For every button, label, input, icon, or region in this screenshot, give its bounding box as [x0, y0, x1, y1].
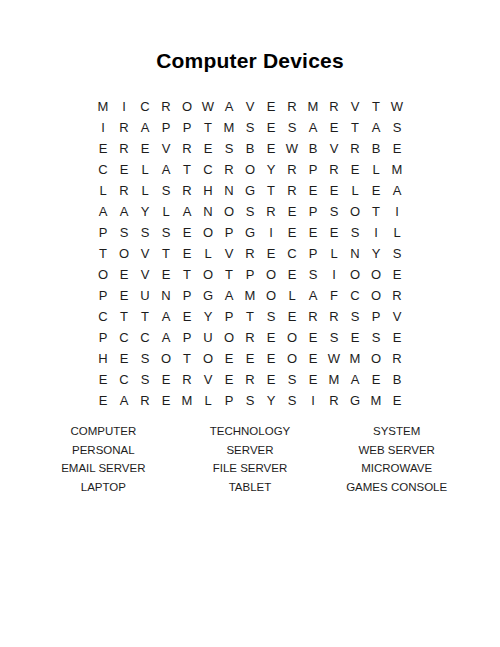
grid-cell-r7c2: S: [114, 222, 135, 243]
grid-cell-r14c7: E: [219, 369, 240, 390]
grid-cell-r10c3: U: [135, 285, 156, 306]
grid-cell-r12c14: S: [366, 327, 387, 348]
grid-cell-r4c9: Y: [261, 159, 282, 180]
grid-cell-r3c8: B: [240, 138, 261, 159]
grid-cell-r13c11: E: [303, 348, 324, 369]
grid-cell-r9c1: O: [93, 264, 114, 285]
grid-cell-r6c7: O: [219, 201, 240, 222]
grid-cell-r5c4: S: [156, 180, 177, 201]
grid-cell-r14c13: A: [345, 369, 366, 390]
grid-cell-r13c14: O: [366, 348, 387, 369]
grid-cell-r9c12: I: [324, 264, 345, 285]
grid-cell-r10c15: R: [387, 285, 408, 306]
grid-cell-r4c14: L: [366, 159, 387, 180]
grid-cell-r12c4: A: [156, 327, 177, 348]
grid-cell-r4c1: C: [93, 159, 114, 180]
grid-cell-r6c9: R: [261, 201, 282, 222]
grid-cell-r5c8: G: [240, 180, 261, 201]
grid-cell-r11c9: S: [261, 306, 282, 327]
grid-cell-r10c2: E: [114, 285, 135, 306]
word-list-column-3: SYSTEMWEB SERVERMICROWAVEGAMES CONSOLE: [323, 422, 470, 496]
grid-cell-r8c1: T: [93, 243, 114, 264]
grid-cell-r5c1: L: [93, 180, 114, 201]
grid-cell-r15c10: S: [282, 390, 303, 411]
grid-cell-r2c12: E: [324, 117, 345, 138]
grid-cell-r15c4: E: [156, 390, 177, 411]
grid-cell-r8c10: C: [282, 243, 303, 264]
grid-cell-r3c11: B: [303, 138, 324, 159]
grid-cell-r8c5: E: [177, 243, 198, 264]
grid-cell-r11c8: T: [240, 306, 261, 327]
grid-cell-r15c15: E: [387, 390, 408, 411]
grid-cell-r15c12: R: [324, 390, 345, 411]
grid-cell-r9c10: E: [282, 264, 303, 285]
grid-cell-r6c11: P: [303, 201, 324, 222]
grid-cell-r10c8: M: [240, 285, 261, 306]
grid-cell-r12c7: O: [219, 327, 240, 348]
grid-cell-r7c12: E: [324, 222, 345, 243]
word-list-item: SYSTEM: [323, 422, 470, 441]
word-list-item: GAMES CONSOLE: [323, 478, 470, 497]
grid-cell-r8c7: V: [219, 243, 240, 264]
grid-cell-r10c13: C: [345, 285, 366, 306]
grid-cell-r7c15: L: [387, 222, 408, 243]
grid-cell-r8c8: R: [240, 243, 261, 264]
grid-cell-r7c10: E: [282, 222, 303, 243]
grid-cell-r13c7: E: [219, 348, 240, 369]
grid-cell-r9c14: O: [366, 264, 387, 285]
grid-cell-r4c15: M: [387, 159, 408, 180]
grid-cell-r12c1: P: [93, 327, 114, 348]
grid-cell-r2c11: A: [303, 117, 324, 138]
grid-cell-r11c4: A: [156, 306, 177, 327]
word-list-column-2: TECHNOLOGYSERVERFILE SERVERTABLET: [177, 422, 324, 496]
grid-cell-r7c13: S: [345, 222, 366, 243]
grid-cell-r14c12: M: [324, 369, 345, 390]
grid-cell-r1c15: W: [387, 96, 408, 117]
grid-cell-r1c9: E: [261, 96, 282, 117]
grid-cell-r1c14: T: [366, 96, 387, 117]
grid-cell-r14c3: S: [135, 369, 156, 390]
grid-cell-r13c2: E: [114, 348, 135, 369]
grid-cell-r11c13: S: [345, 306, 366, 327]
grid-cell-r12c6: U: [198, 327, 219, 348]
grid-cell-r2c14: A: [366, 117, 387, 138]
grid-cell-r14c6: V: [198, 369, 219, 390]
grid-cell-r8c12: L: [324, 243, 345, 264]
grid-cell-r10c5: P: [177, 285, 198, 306]
grid-cell-r4c4: A: [156, 159, 177, 180]
grid-cell-r8c6: L: [198, 243, 219, 264]
grid-cell-r1c3: C: [135, 96, 156, 117]
grid-cell-r5c13: L: [345, 180, 366, 201]
word-list-item: LAPTOP: [30, 478, 177, 497]
grid-cell-r7c7: P: [219, 222, 240, 243]
grid-cell-r6c2: A: [114, 201, 135, 222]
grid-cell-r5c11: E: [303, 180, 324, 201]
grid-cell-r2c4: P: [156, 117, 177, 138]
grid-cell-r5c5: R: [177, 180, 198, 201]
grid-cell-r15c2: A: [114, 390, 135, 411]
grid-cell-r2c15: S: [387, 117, 408, 138]
grid-cell-r6c1: A: [93, 201, 114, 222]
grid-cell-r8c4: T: [156, 243, 177, 264]
grid-cell-r1c2: I: [114, 96, 135, 117]
grid-cell-r12c12: S: [324, 327, 345, 348]
grid-cell-r10c14: O: [366, 285, 387, 306]
grid-cell-r2c6: T: [198, 117, 219, 138]
grid-cell-r5c3: L: [135, 180, 156, 201]
grid-cell-r4c10: R: [282, 159, 303, 180]
grid-cell-r11c5: E: [177, 306, 198, 327]
grid-cell-r12c11: E: [303, 327, 324, 348]
grid-cell-r7c3: S: [135, 222, 156, 243]
grid-cell-r9c8: P: [240, 264, 261, 285]
grid-cell-r9c11: S: [303, 264, 324, 285]
grid-cell-r3c15: E: [387, 138, 408, 159]
grid-cell-r1c11: M: [303, 96, 324, 117]
grid-cell-r13c15: R: [387, 348, 408, 369]
grid-cell-r14c2: C: [114, 369, 135, 390]
grid-cell-r15c5: M: [177, 390, 198, 411]
grid-cell-r14c8: R: [240, 369, 261, 390]
grid-cell-r9c5: T: [177, 264, 198, 285]
grid-cell-r14c15: B: [387, 369, 408, 390]
grid-cell-r2c7: M: [219, 117, 240, 138]
grid-cell-r3c14: B: [366, 138, 387, 159]
grid-cell-r11c2: T: [114, 306, 135, 327]
grid-cell-r15c6: L: [198, 390, 219, 411]
grid-cell-r10c9: O: [261, 285, 282, 306]
grid-cell-r11c12: R: [324, 306, 345, 327]
grid-cell-r13c1: H: [93, 348, 114, 369]
grid-cell-r4c3: L: [135, 159, 156, 180]
grid-cell-r3c10: W: [282, 138, 303, 159]
grid-cell-r7c14: I: [366, 222, 387, 243]
grid-cell-r3c12: V: [324, 138, 345, 159]
grid-cell-r4c13: E: [345, 159, 366, 180]
grid-cell-r8c15: S: [387, 243, 408, 264]
grid-cell-r12c2: C: [114, 327, 135, 348]
grid-cell-r1c7: A: [219, 96, 240, 117]
grid-cell-r6c5: A: [177, 201, 198, 222]
grid-cell-r4c5: T: [177, 159, 198, 180]
word-list: COMPUTERPERSONALEMAIL SERVERLAPTOPTECHNO…: [30, 422, 470, 496]
grid-cell-r6c3: Y: [135, 201, 156, 222]
grid-cell-r12c5: P: [177, 327, 198, 348]
word-list-column-1: COMPUTERPERSONALEMAIL SERVERLAPTOP: [30, 422, 177, 496]
grid-cell-r1c5: O: [177, 96, 198, 117]
word-search-page: Computer Devices MICROWAVERMRVTWIRAPPTMS…: [0, 0, 500, 647]
word-list-item: EMAIL SERVER: [30, 459, 177, 478]
grid-cell-r13c3: S: [135, 348, 156, 369]
grid-cell-r13c8: E: [240, 348, 261, 369]
word-list-item: MICROWAVE: [323, 459, 470, 478]
grid-cell-r15c11: I: [303, 390, 324, 411]
grid-cell-r11c6: Y: [198, 306, 219, 327]
grid-cell-r14c4: E: [156, 369, 177, 390]
grid-cell-r14c5: R: [177, 369, 198, 390]
grid-cell-r8c11: P: [303, 243, 324, 264]
grid-cell-r11c7: P: [219, 306, 240, 327]
grid-cell-r4c12: R: [324, 159, 345, 180]
grid-cell-r7c5: E: [177, 222, 198, 243]
word-list-item: SERVER: [177, 441, 324, 460]
grid-cell-r1c13: V: [345, 96, 366, 117]
grid-cell-r14c9: E: [261, 369, 282, 390]
grid-cell-r2c1: I: [93, 117, 114, 138]
grid-cell-r2c5: P: [177, 117, 198, 138]
grid-cell-r7c1: P: [93, 222, 114, 243]
grid-cell-r7c11: E: [303, 222, 324, 243]
grid-cell-r4c6: C: [198, 159, 219, 180]
grid-cell-r11c1: C: [93, 306, 114, 327]
word-list-item: PERSONAL: [30, 441, 177, 460]
grid-cell-r9c3: V: [135, 264, 156, 285]
word-list-item: COMPUTER: [30, 422, 177, 441]
grid-cell-r15c13: G: [345, 390, 366, 411]
grid-cell-r1c1: M: [93, 96, 114, 117]
grid-cell-r8c9: E: [261, 243, 282, 264]
grid-cell-r6c13: O: [345, 201, 366, 222]
grid-cell-r7c6: O: [198, 222, 219, 243]
grid-cell-r6c8: S: [240, 201, 261, 222]
grid-cell-r6c6: N: [198, 201, 219, 222]
grid-cell-r11c3: T: [135, 306, 156, 327]
grid-cell-r3c5: R: [177, 138, 198, 159]
grid-cell-r1c10: R: [282, 96, 303, 117]
word-search-grid: MICROWAVERMRVTWIRAPPTMSESAETASEREVRESBEW…: [93, 96, 408, 411]
grid-cell-r13c10: O: [282, 348, 303, 369]
grid-cell-r3c13: R: [345, 138, 366, 159]
grid-cell-r9c13: O: [345, 264, 366, 285]
grid-cell-r5c9: T: [261, 180, 282, 201]
grid-cell-r2c9: E: [261, 117, 282, 138]
grid-cell-r4c2: E: [114, 159, 135, 180]
grid-cell-r13c4: O: [156, 348, 177, 369]
grid-cell-r4c8: O: [240, 159, 261, 180]
grid-cell-r7c9: I: [261, 222, 282, 243]
grid-cell-r14c10: S: [282, 369, 303, 390]
grid-cell-r7c4: S: [156, 222, 177, 243]
grid-cell-r3c4: V: [156, 138, 177, 159]
grid-cell-r9c15: E: [387, 264, 408, 285]
grid-cell-r3c2: R: [114, 138, 135, 159]
grid-cell-r2c10: S: [282, 117, 303, 138]
grid-cell-r9c6: O: [198, 264, 219, 285]
grid-cell-r15c3: R: [135, 390, 156, 411]
grid-cell-r3c6: E: [198, 138, 219, 159]
grid-cell-r1c12: R: [324, 96, 345, 117]
grid-cell-r13c9: E: [261, 348, 282, 369]
grid-cell-r15c7: P: [219, 390, 240, 411]
grid-cell-r12c15: E: [387, 327, 408, 348]
grid-cell-r4c11: P: [303, 159, 324, 180]
word-list-item: FILE SERVER: [177, 459, 324, 478]
grid-cell-r13c13: M: [345, 348, 366, 369]
grid-cell-r5c2: R: [114, 180, 135, 201]
grid-cell-r9c9: O: [261, 264, 282, 285]
grid-cell-r1c4: R: [156, 96, 177, 117]
grid-cell-r10c10: L: [282, 285, 303, 306]
grid-cell-r2c3: A: [135, 117, 156, 138]
grid-cell-r3c3: E: [135, 138, 156, 159]
grid-cell-r9c2: E: [114, 264, 135, 285]
grid-cell-r8c14: Y: [366, 243, 387, 264]
grid-cell-r15c9: Y: [261, 390, 282, 411]
grid-cell-r15c8: S: [240, 390, 261, 411]
grid-cell-r5c7: N: [219, 180, 240, 201]
grid-cell-r5c12: E: [324, 180, 345, 201]
word-list-item: TECHNOLOGY: [177, 422, 324, 441]
grid-cell-r11c11: R: [303, 306, 324, 327]
grid-cell-r14c1: E: [93, 369, 114, 390]
grid-cell-r4c7: R: [219, 159, 240, 180]
grid-cell-r9c7: T: [219, 264, 240, 285]
grid-cell-r2c13: T: [345, 117, 366, 138]
grid-cell-r11c10: E: [282, 306, 303, 327]
grid-cell-r2c8: S: [240, 117, 261, 138]
grid-cell-r14c11: E: [303, 369, 324, 390]
grid-cell-r6c12: S: [324, 201, 345, 222]
grid-cell-r15c14: M: [366, 390, 387, 411]
word-list-item: WEB SERVER: [323, 441, 470, 460]
grid-cell-r5c10: R: [282, 180, 303, 201]
grid-cell-r11c14: P: [366, 306, 387, 327]
grid-cell-r6c10: E: [282, 201, 303, 222]
grid-cell-r8c3: V: [135, 243, 156, 264]
grid-cell-r10c7: A: [219, 285, 240, 306]
grid-cell-r10c12: F: [324, 285, 345, 306]
grid-cell-r12c13: E: [345, 327, 366, 348]
grid-cell-r12c9: E: [261, 327, 282, 348]
grid-cell-r9c4: E: [156, 264, 177, 285]
grid-cell-r5c15: A: [387, 180, 408, 201]
grid-cell-r10c1: P: [93, 285, 114, 306]
grid-cell-r10c6: G: [198, 285, 219, 306]
puzzle-title: Computer Devices: [0, 0, 500, 72]
grid-cell-r3c7: S: [219, 138, 240, 159]
grid-cell-r6c14: T: [366, 201, 387, 222]
word-list-item: TABLET: [177, 478, 324, 497]
grid-cell-r11c15: V: [387, 306, 408, 327]
grid-cell-r10c11: A: [303, 285, 324, 306]
grid-cell-r7c8: G: [240, 222, 261, 243]
grid-cell-r6c4: L: [156, 201, 177, 222]
grid-cell-r15c1: E: [93, 390, 114, 411]
grid-cell-r13c6: O: [198, 348, 219, 369]
grid-cell-r8c2: O: [114, 243, 135, 264]
grid-cell-r13c12: W: [324, 348, 345, 369]
grid-cell-r1c6: W: [198, 96, 219, 117]
grid-cell-r10c4: N: [156, 285, 177, 306]
grid-cell-r12c10: O: [282, 327, 303, 348]
grid-cell-r5c14: E: [366, 180, 387, 201]
grid-cell-r12c3: C: [135, 327, 156, 348]
grid-cell-r3c1: E: [93, 138, 114, 159]
grid-cell-r6c15: I: [387, 201, 408, 222]
grid-cell-r3c9: E: [261, 138, 282, 159]
grid-cell-r14c14: E: [366, 369, 387, 390]
grid-cell-r13c5: T: [177, 348, 198, 369]
grid-cell-r8c13: N: [345, 243, 366, 264]
grid-cell-r12c8: R: [240, 327, 261, 348]
grid-cell-r5c6: H: [198, 180, 219, 201]
grid-cell-r2c2: R: [114, 117, 135, 138]
grid-cell-r1c8: V: [240, 96, 261, 117]
